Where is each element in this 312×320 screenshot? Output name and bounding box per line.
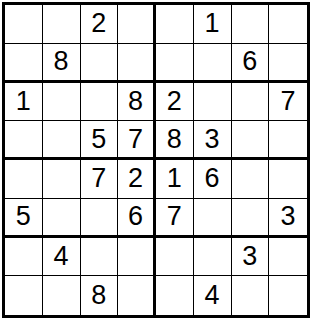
sudoku-cell[interactable]	[5, 276, 43, 315]
sudoku-cell[interactable]: 3	[269, 199, 307, 238]
sudoku-cell[interactable]	[232, 199, 270, 238]
sudoku-cell[interactable]: 4	[43, 238, 81, 277]
sudoku-cell[interactable]: 7	[118, 121, 156, 160]
sudoku-cell[interactable]	[232, 160, 270, 199]
sudoku-cell[interactable]: 8	[43, 44, 81, 83]
sudoku-cell[interactable]	[269, 160, 307, 199]
sudoku-cell[interactable]: 1	[5, 83, 43, 122]
sudoku-cell[interactable]	[43, 276, 81, 315]
sudoku-cell[interactable]	[156, 276, 194, 315]
sudoku-cell[interactable]: 5	[81, 121, 119, 160]
sudoku-cell[interactable]	[269, 238, 307, 277]
sudoku-cell[interactable]	[156, 5, 194, 44]
sudoku-cell[interactable]	[81, 83, 119, 122]
sudoku-cell[interactable]	[43, 160, 81, 199]
sudoku-cell[interactable]	[232, 276, 270, 315]
sudoku-cell[interactable]	[269, 276, 307, 315]
sudoku-cell[interactable]	[118, 238, 156, 277]
sudoku-cell[interactable]	[5, 44, 43, 83]
sudoku-cell[interactable]: 1	[194, 5, 232, 44]
sudoku-cell[interactable]	[194, 199, 232, 238]
sudoku-cell[interactable]	[269, 44, 307, 83]
sudoku-cell[interactable]: 1	[156, 160, 194, 199]
sudoku-cell[interactable]: 2	[118, 160, 156, 199]
sudoku-cell[interactable]	[5, 121, 43, 160]
sudoku-cell[interactable]: 7	[269, 83, 307, 122]
sudoku-cell[interactable]	[232, 121, 270, 160]
sudoku-cell[interactable]	[194, 44, 232, 83]
sudoku-cell[interactable]	[43, 83, 81, 122]
sudoku-cell[interactable]	[43, 121, 81, 160]
sudoku-cell[interactable]: 2	[156, 83, 194, 122]
sudoku-cell[interactable]	[5, 5, 43, 44]
sudoku-cell[interactable]	[5, 238, 43, 277]
sudoku-cell[interactable]: 8	[156, 121, 194, 160]
sudoku-cell[interactable]	[156, 238, 194, 277]
sudoku-cell[interactable]	[81, 238, 119, 277]
sudoku-cell[interactable]	[194, 83, 232, 122]
sudoku-cell[interactable]: 6	[194, 160, 232, 199]
sudoku-cell[interactable]	[118, 5, 156, 44]
sudoku-board: 218618275783721656734384	[2, 2, 310, 318]
sudoku-cell[interactable]	[81, 44, 119, 83]
sudoku-cell[interactable]: 7	[156, 199, 194, 238]
sudoku-cell[interactable]	[269, 121, 307, 160]
sudoku-cell[interactable]: 7	[81, 160, 119, 199]
sudoku-cell[interactable]: 2	[81, 5, 119, 44]
sudoku-cell[interactable]: 4	[194, 276, 232, 315]
sudoku-cell[interactable]: 5	[5, 199, 43, 238]
sudoku-cell[interactable]	[118, 276, 156, 315]
sudoku-puzzle-page: 218618275783721656734384	[0, 0, 312, 320]
sudoku-cell[interactable]	[232, 83, 270, 122]
sudoku-cell[interactable]	[269, 5, 307, 44]
sudoku-cell[interactable]: 8	[81, 276, 119, 315]
sudoku-cell[interactable]	[5, 160, 43, 199]
sudoku-cell[interactable]	[118, 44, 156, 83]
sudoku-cell[interactable]: 6	[118, 199, 156, 238]
sudoku-cell[interactable]	[156, 44, 194, 83]
sudoku-cell[interactable]: 6	[232, 44, 270, 83]
sudoku-cell[interactable]: 8	[118, 83, 156, 122]
sudoku-cell[interactable]	[43, 5, 81, 44]
sudoku-cell[interactable]	[43, 199, 81, 238]
sudoku-cell[interactable]: 3	[194, 121, 232, 160]
sudoku-cell[interactable]	[194, 238, 232, 277]
sudoku-cell[interactable]	[81, 199, 119, 238]
sudoku-cell[interactable]	[232, 5, 270, 44]
sudoku-cell[interactable]: 3	[232, 238, 270, 277]
